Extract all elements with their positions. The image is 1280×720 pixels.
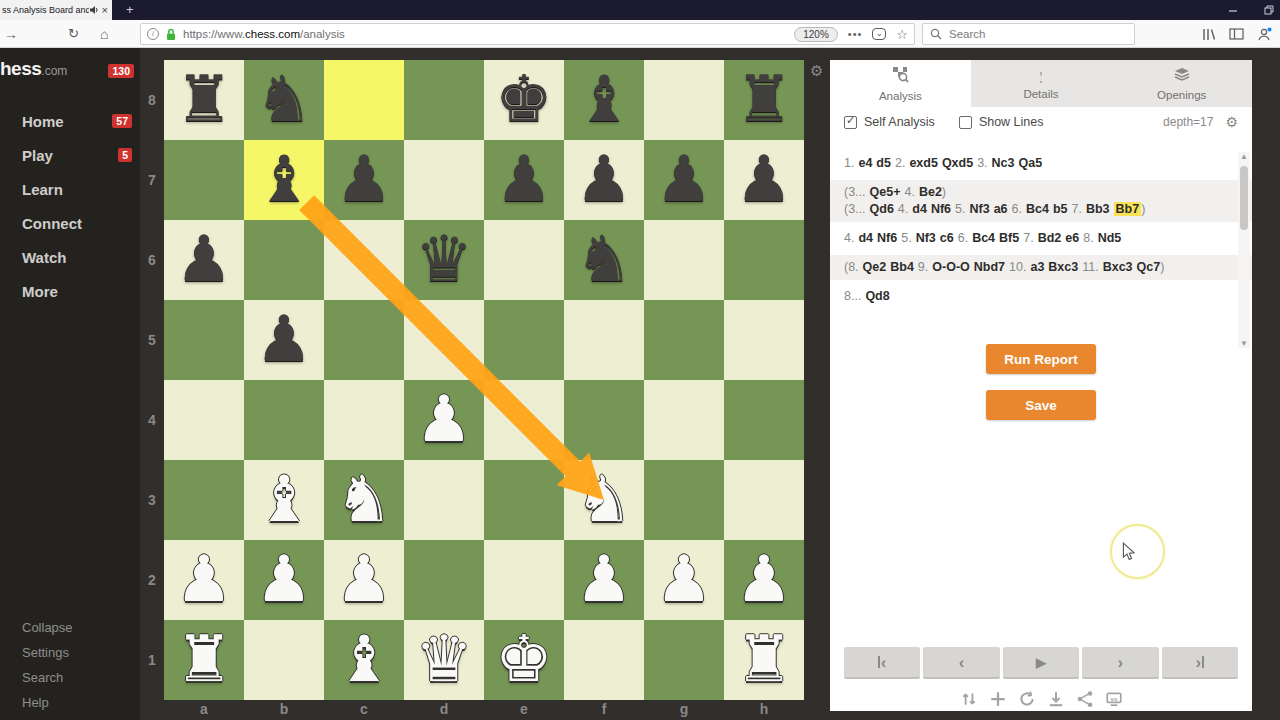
- move-number: 5.: [901, 231, 911, 245]
- mainline-row: 1.e4d52.exd5Qxd53.Nc3Qa5: [830, 147, 1252, 180]
- sidebar: hess.com 130 Home57Play5LearnConnectWatc…: [0, 48, 140, 720]
- file-label-e: e: [484, 701, 564, 719]
- square-e5[interactable]: [484, 300, 564, 380]
- scroll-up-arrow[interactable]: ▲: [1238, 152, 1250, 161]
- rank-labels: 87654321: [140, 60, 164, 700]
- file-labels: abcdefgh: [164, 701, 804, 719]
- move-number: 3.: [977, 156, 987, 170]
- notification-badge: 130: [108, 64, 134, 78]
- white-bishop-b3[interactable]: ♝: [244, 460, 324, 540]
- move[interactable]: Be2: [919, 185, 942, 199]
- move[interactable]: exd5: [909, 156, 938, 170]
- move-number: ): [1141, 202, 1145, 216]
- move-line: 1.e4d52.exd5Qxd53.Nc3Qa5: [844, 155, 1228, 172]
- black-pawn-g7[interactable]: ♟: [644, 140, 724, 220]
- file-label-b: b: [244, 701, 324, 719]
- square-c2[interactable]: ♟: [324, 540, 404, 620]
- square-g3[interactable]: [644, 460, 724, 540]
- move-number: 8.: [1083, 231, 1093, 245]
- black-king-e8[interactable]: ♚: [484, 60, 564, 140]
- file-label-a: a: [164, 701, 244, 719]
- square-d3[interactable]: [404, 460, 484, 540]
- save-button[interactable]: Save: [986, 390, 1096, 420]
- sidebar-item-home[interactable]: Home57: [0, 104, 140, 138]
- move[interactable]: O-O-O: [932, 260, 970, 274]
- url-text: https://www.chess.com/analysis: [183, 28, 345, 40]
- move-number: 1.: [844, 156, 854, 170]
- move[interactable]: Bc4: [1026, 202, 1049, 216]
- square-d7[interactable]: [404, 140, 484, 220]
- window-restore-button[interactable]: [1264, 5, 1274, 15]
- square-h3[interactable]: [724, 460, 804, 540]
- square-h1[interactable]: ♜: [724, 620, 804, 700]
- move-number: 8...: [844, 289, 861, 303]
- scrollbar-thumb[interactable]: [1240, 166, 1248, 230]
- move-number: 9.: [918, 260, 928, 274]
- move-number: 2.: [895, 156, 905, 170]
- move-number: 4.: [898, 202, 908, 216]
- app-window: ss Analysis Board and P × + → ↻ ⌂ i: [0, 0, 1280, 720]
- white-pawn-a2[interactable]: ♟: [164, 540, 244, 620]
- move[interactable]: Bxc3: [1103, 260, 1133, 274]
- rank-label-3: 3: [140, 460, 164, 540]
- vs-computer-icon[interactable]: vs: [1105, 690, 1123, 708]
- square-a2[interactable]: ♟: [164, 540, 244, 620]
- move[interactable]: Qd6: [870, 202, 894, 216]
- move[interactable]: e4: [858, 156, 872, 170]
- tab-close-icon[interactable]: ×: [102, 5, 108, 16]
- svg-text:vs: vs: [1110, 695, 1117, 702]
- tab-details[interactable]: iDetails: [971, 60, 1112, 107]
- white-rook-h1[interactable]: ♜: [724, 620, 804, 700]
- black-pawn-b5[interactable]: ♟: [244, 300, 324, 380]
- rank-label-8: 8: [140, 60, 164, 140]
- square-c6[interactable]: [324, 220, 404, 300]
- black-knight-b8[interactable]: ♞: [244, 60, 324, 140]
- previous-move-button[interactable]: ‹: [923, 647, 999, 679]
- move[interactable]: d5: [876, 156, 891, 170]
- white-pawn-b2[interactable]: ♟: [244, 540, 324, 620]
- move[interactable]: Nf6: [931, 202, 951, 216]
- sidebar-item-label: Home: [22, 113, 64, 130]
- square-g6[interactable]: [644, 220, 724, 300]
- move-number: 4.: [844, 231, 854, 245]
- move[interactable]: Nf3: [916, 231, 936, 245]
- browser-titlebar: ss Analysis Board and P × +: [0, 0, 1280, 20]
- tab-analysis[interactable]: Analysis: [830, 60, 971, 107]
- white-pawn-g2[interactable]: ♟: [644, 540, 724, 620]
- rank-label-2: 2: [140, 540, 164, 620]
- square-e2[interactable]: [484, 540, 564, 620]
- square-a6[interactable]: ♟: [164, 220, 244, 300]
- openings-book-icon: [1172, 66, 1192, 86]
- move-number: (3...: [844, 185, 866, 199]
- rank-label-4: 4: [140, 380, 164, 460]
- tab-title: ss Analysis Board and P: [2, 5, 89, 15]
- move[interactable]: Bb4: [890, 260, 914, 274]
- square-a1[interactable]: ♜: [164, 620, 244, 700]
- square-g7[interactable]: ♟: [644, 140, 724, 220]
- move[interactable]: Bf5: [999, 231, 1019, 245]
- browser-tab[interactable]: ss Analysis Board and P ×: [0, 0, 112, 20]
- square-f6[interactable]: ♞: [564, 220, 644, 300]
- square-f8[interactable]: ♝: [564, 60, 644, 140]
- move-list: 1.e4d52.exd5Qxd53.Nc3Qa5(3...Qe5+4.Be2)(…: [830, 137, 1252, 313]
- move-number: ): [942, 185, 946, 199]
- move-line: 4.d4Nf65.Nf3c66.Bc4Bf57.Bd2e68.Nd5: [844, 230, 1228, 247]
- move[interactable]: c6: [940, 231, 954, 245]
- search-placeholder: Search: [949, 28, 985, 40]
- square-f5[interactable]: [564, 300, 644, 380]
- browser-toolbar: → ↻ ⌂ i https://www.chess.com/analysis 1…: [0, 20, 1280, 48]
- bookmark-star-icon[interactable]: ☆: [896, 27, 908, 42]
- square-a7[interactable]: [164, 140, 244, 220]
- variation-row: (3...Qe5+4.Be2)(3...Qd64.d4Nf65.Nf3a66.B…: [830, 180, 1252, 222]
- square-a4[interactable]: [164, 380, 244, 460]
- square-e3[interactable]: [484, 460, 564, 540]
- chess-board: ♜♞♚♝♜♝♟♟♟♟♟♟♛♞♟♟♝♞♞♟♟♟♟♟♟♜♝♛♚♜: [164, 60, 804, 700]
- analysis-board-icon: [891, 65, 909, 87]
- black-rook-a8[interactable]: ♜: [164, 60, 244, 140]
- scroll-down-arrow[interactable]: ▼: [1238, 339, 1250, 348]
- black-pawn-e7[interactable]: ♟: [484, 140, 564, 220]
- home-icon[interactable]: ⌂: [100, 27, 108, 41]
- white-pawn-f2[interactable]: ♟: [564, 540, 644, 620]
- last-move-button[interactable]: ›: [1162, 647, 1238, 679]
- notification-badge: 57: [112, 114, 132, 128]
- move[interactable]: Nf3: [969, 202, 989, 216]
- white-pawn-d4[interactable]: ♟: [404, 380, 484, 460]
- square-e1[interactable]: ♚: [484, 620, 564, 700]
- move-line: (3...Qd64.d4Nf65.Nf3a66.Bc4b57.Bb3Bb7): [844, 201, 1228, 218]
- sidebar-item-label: Learn: [22, 181, 63, 198]
- info-icon: i: [1040, 72, 1043, 83]
- move-number: 6.: [958, 231, 968, 245]
- new-tab-button[interactable]: +: [126, 2, 134, 18]
- square-b8[interactable]: ♞: [244, 60, 324, 140]
- sidebar-footer-search[interactable]: Search: [0, 665, 140, 690]
- square-b5[interactable]: ♟: [244, 300, 324, 380]
- move[interactable]: Bb3: [1086, 202, 1110, 216]
- sidebar-item-connect[interactable]: Connect: [0, 206, 140, 240]
- checkbox-unchecked: [959, 116, 972, 129]
- tab-label: Analysis: [879, 90, 922, 102]
- square-b3[interactable]: ♝: [244, 460, 324, 540]
- move[interactable]: a6: [994, 202, 1008, 216]
- sidebar-footer-help[interactable]: Help: [0, 690, 140, 715]
- square-d1[interactable]: ♛: [404, 620, 484, 700]
- sidebar-item-label: Play: [22, 147, 53, 164]
- site-info-icon[interactable]: i: [147, 28, 159, 40]
- square-f2[interactable]: ♟: [564, 540, 644, 620]
- file-label-d: d: [404, 701, 484, 719]
- https-lock-icon: [165, 28, 177, 41]
- mainline-row: 8...Qd8: [830, 280, 1252, 313]
- sidebar-item-learn[interactable]: Learn: [0, 172, 140, 206]
- rank-label-5: 5: [140, 300, 164, 380]
- move-list-scrollbar: ▲ ▼: [1238, 152, 1250, 348]
- zoom-level-badge[interactable]: 120%: [794, 27, 838, 42]
- square-b6[interactable]: [244, 220, 324, 300]
- url-bar[interactable]: i https://www.chess.com/analysis 120% ••…: [140, 23, 915, 45]
- square-c3[interactable]: ♞: [324, 460, 404, 540]
- square-g8[interactable]: [644, 60, 724, 140]
- black-pawn-a6[interactable]: ♟: [164, 220, 244, 300]
- library-icon[interactable]: [1201, 27, 1216, 42]
- tab-label: Openings: [1157, 89, 1206, 101]
- square-h7[interactable]: ♟: [724, 140, 804, 220]
- notification-badge: 5: [118, 148, 132, 162]
- run-report-button[interactable]: Run Report: [986, 344, 1096, 374]
- white-rook-a1[interactable]: ♜: [164, 620, 244, 700]
- move[interactable]: Qc7: [1137, 260, 1161, 274]
- black-rook-h8[interactable]: ♜: [724, 60, 804, 140]
- tab-audio-icon[interactable]: [89, 5, 99, 15]
- first-move-button[interactable]: ‹: [844, 647, 920, 679]
- sidebar-item-label: Connect: [22, 215, 82, 232]
- move[interactable]: e6: [1065, 231, 1079, 245]
- square-h6[interactable]: [724, 220, 804, 300]
- square-d8[interactable]: [404, 60, 484, 140]
- tab-openings[interactable]: Openings: [1111, 60, 1252, 107]
- search-input[interactable]: Search: [922, 23, 1135, 45]
- move[interactable]: Qe2: [863, 260, 887, 274]
- white-knight-f3[interactable]: ♞: [564, 460, 644, 540]
- square-h2[interactable]: ♟: [724, 540, 804, 620]
- move[interactable]: Qe5+: [870, 185, 901, 199]
- square-f3[interactable]: ♞: [564, 460, 644, 540]
- move[interactable]: Qxd5: [942, 156, 973, 170]
- move[interactable]: d4: [858, 231, 873, 245]
- move-number: 10.: [1009, 260, 1026, 274]
- show-lines-checkbox[interactable]: Show Lines: [959, 115, 1044, 129]
- move-number: 6.: [1012, 202, 1022, 216]
- file-label-g: g: [644, 701, 724, 719]
- white-knight-c3[interactable]: ♞: [324, 460, 404, 540]
- move-line: 8...Qd8: [844, 288, 1228, 305]
- square-g2[interactable]: ♟: [644, 540, 724, 620]
- square-h5[interactable]: [724, 300, 804, 380]
- move-number: (8.: [844, 260, 859, 274]
- square-h4[interactable]: [724, 380, 804, 460]
- move[interactable]: Bc4: [972, 231, 995, 245]
- square-d5[interactable]: [404, 300, 484, 380]
- sidebar-item-watch[interactable]: Watch: [0, 240, 140, 274]
- rank-label-7: 7: [140, 140, 164, 220]
- page-actions-icon[interactable]: •••: [848, 28, 863, 40]
- square-e7[interactable]: ♟: [484, 140, 564, 220]
- square-a5[interactable]: [164, 300, 244, 380]
- info-icon: i: [1040, 67, 1043, 85]
- download-icon[interactable]: [1047, 690, 1065, 708]
- account-icon[interactable]: [1257, 27, 1272, 42]
- move[interactable]: Nbd7: [974, 260, 1005, 274]
- move[interactable]: d4: [912, 202, 927, 216]
- white-king-e1[interactable]: ♚: [484, 620, 564, 700]
- sidebar-item-label: More: [22, 283, 58, 300]
- sidebar-item-more[interactable]: More: [0, 274, 140, 308]
- square-f1[interactable]: [564, 620, 644, 700]
- reload-icon[interactable]: ↻: [68, 27, 79, 40]
- move-number: ): [1160, 260, 1164, 274]
- move-line: (8.Qe2Bb49.O-O-ONbd710.a3Bxc311.Bxc3Qc7): [844, 259, 1228, 276]
- black-queen-d6[interactable]: ♛: [404, 220, 484, 300]
- board-settings-gear-icon[interactable]: ⚙: [810, 62, 823, 80]
- pocket-icon[interactable]: ⌄: [872, 28, 886, 40]
- tab-label: Details: [1023, 88, 1058, 100]
- square-d6[interactable]: ♛: [404, 220, 484, 300]
- square-e6[interactable]: [484, 220, 564, 300]
- square-c8[interactable]: [324, 60, 404, 140]
- move[interactable]: Bd2: [1038, 231, 1062, 245]
- sidebar-item-label: Watch: [22, 249, 66, 266]
- square-g4[interactable]: [644, 380, 724, 460]
- self-analysis-checkbox[interactable]: Self Analysis: [844, 115, 935, 129]
- square-e4[interactable]: [484, 380, 564, 460]
- square-b4[interactable]: [244, 380, 324, 460]
- reset-icon[interactable]: [1018, 690, 1036, 708]
- move-current[interactable]: Bb7: [1114, 202, 1142, 216]
- move[interactable]: Qd8: [865, 289, 889, 303]
- black-pawn-h7[interactable]: ♟: [724, 140, 804, 220]
- analysis-settings-gear-icon[interactable]: ⚙: [1225, 114, 1238, 130]
- black-knight-f6[interactable]: ♞: [564, 220, 644, 300]
- square-g1[interactable]: [644, 620, 724, 700]
- sidebar-footer-collapse[interactable]: Collapse: [0, 615, 140, 640]
- chesscom-logo[interactable]: hess.com 130: [0, 48, 140, 80]
- move-number: 11.: [1082, 260, 1098, 274]
- square-b1[interactable]: [244, 620, 324, 700]
- move[interactable]: a3: [1030, 260, 1044, 274]
- move-number: 7.: [1023, 231, 1033, 245]
- page-content: hess.com 130 Home57Play5LearnConnectWatc…: [0, 48, 1280, 720]
- share-icon[interactable]: [1076, 690, 1094, 708]
- black-bishop-b7[interactable]: ♝: [244, 140, 324, 220]
- rank-label-1: 1: [140, 620, 164, 700]
- analysis-panel: AnalysisiDetailsOpenings Self Analysis S…: [830, 60, 1252, 711]
- square-e8[interactable]: ♚: [484, 60, 564, 140]
- search-icon: [930, 28, 942, 40]
- black-pawn-c7[interactable]: ♟: [324, 140, 404, 220]
- square-a8[interactable]: ♜: [164, 60, 244, 140]
- move[interactable]: Nd5: [1098, 231, 1122, 245]
- white-pawn-h2[interactable]: ♟: [724, 540, 804, 620]
- add-icon[interactable]: [989, 690, 1007, 708]
- checkbox-checked: [844, 116, 857, 129]
- square-c7[interactable]: ♟: [324, 140, 404, 220]
- file-label-f: f: [564, 701, 644, 719]
- play-button[interactable]: ▶: [1003, 647, 1079, 679]
- sidebar-toggle-icon[interactable]: [1229, 27, 1244, 41]
- move-number: 7.: [1072, 202, 1082, 216]
- move-line: (3...Qe5+4.Be2): [844, 184, 1228, 201]
- move-number: 5.: [955, 202, 965, 216]
- move-number: (3...: [844, 202, 866, 216]
- mainline-row: 4.d4Nf65.Nf3c66.Bc4Bf57.Bd2e68.Nd5: [830, 222, 1252, 255]
- file-label-c: c: [324, 701, 404, 719]
- square-b2[interactable]: ♟: [244, 540, 324, 620]
- move[interactable]: Bxc3: [1048, 260, 1078, 274]
- white-pawn-c2[interactable]: ♟: [324, 540, 404, 620]
- square-b7[interactable]: ♝: [244, 140, 324, 220]
- rank-label-6: 6: [140, 220, 164, 300]
- next-move-button[interactable]: ›: [1082, 647, 1158, 679]
- move[interactable]: Nc3: [992, 156, 1015, 170]
- square-g5[interactable]: [644, 300, 724, 380]
- square-f4[interactable]: [564, 380, 644, 460]
- square-f7[interactable]: ♟: [564, 140, 644, 220]
- file-label-h: h: [724, 701, 804, 719]
- black-bishop-f8[interactable]: ♝: [564, 60, 644, 140]
- square-h8[interactable]: ♜: [724, 60, 804, 140]
- square-c4[interactable]: [324, 380, 404, 460]
- black-pawn-f7[interactable]: ♟: [564, 140, 644, 220]
- sidebar-footer-settings[interactable]: Settings: [0, 640, 140, 665]
- flip-board-icon[interactable]: [960, 690, 978, 708]
- square-c5[interactable]: [324, 300, 404, 380]
- white-bishop-c1[interactable]: ♝: [324, 620, 404, 700]
- square-d4[interactable]: ♟: [404, 380, 484, 460]
- move-number: 4.: [904, 185, 914, 199]
- square-a3[interactable]: [164, 460, 244, 540]
- move[interactable]: b5: [1053, 202, 1068, 216]
- depth-indicator: depth=17: [1163, 115, 1213, 129]
- square-d2[interactable]: [404, 540, 484, 620]
- square-c1[interactable]: ♝: [324, 620, 404, 700]
- white-queen-d1[interactable]: ♛: [404, 620, 484, 700]
- sidebar-item-play[interactable]: Play5: [0, 138, 140, 172]
- move[interactable]: Nf6: [877, 231, 897, 245]
- variation-row: (8.Qe2Bb49.O-O-ONbd710.a3Bxc311.Bxc3Qc7): [830, 255, 1252, 280]
- forward-icon[interactable]: →: [4, 27, 18, 41]
- move[interactable]: Qa5: [1019, 156, 1043, 170]
- window-minimize-button[interactable]: [1228, 5, 1238, 15]
